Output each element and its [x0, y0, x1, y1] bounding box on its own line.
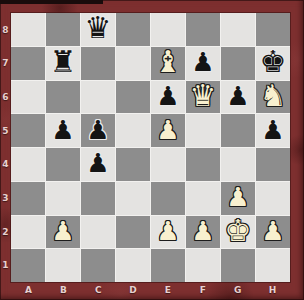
- piece-black-pawn[interactable]: ♟: [156, 83, 179, 109]
- file-label-h: H: [255, 282, 290, 298]
- file-label-b: B: [46, 282, 81, 298]
- square-g6[interactable]: ♟: [221, 81, 255, 114]
- chess-diagram: 87654321 ABCDEFGH ♛♜♝♟♚♟♛♟♞♟♟♟♟♟♟♟♟♟♚♟: [0, 0, 304, 300]
- rank-label-6: 6: [0, 80, 11, 114]
- square-f3[interactable]: [186, 182, 220, 215]
- square-d7[interactable]: [116, 47, 150, 80]
- rank-label-4: 4: [0, 148, 11, 182]
- square-f7[interactable]: ♟: [186, 47, 220, 80]
- rank-label-8: 8: [0, 13, 11, 47]
- square-c8[interactable]: ♛: [81, 13, 115, 46]
- square-d5[interactable]: [116, 114, 150, 147]
- square-b2[interactable]: ♟: [46, 216, 80, 249]
- file-label-f: F: [185, 282, 220, 298]
- piece-black-king[interactable]: ♚: [260, 47, 287, 77]
- square-a7[interactable]: [11, 47, 45, 80]
- square-g5[interactable]: [221, 114, 255, 147]
- piece-white-queen[interactable]: ♛: [190, 81, 217, 111]
- square-c7[interactable]: [81, 47, 115, 80]
- file-label-e: E: [151, 282, 186, 298]
- square-g4[interactable]: [221, 148, 255, 181]
- square-e6[interactable]: ♟: [151, 81, 185, 114]
- piece-black-pawn[interactable]: ♟: [86, 150, 109, 176]
- square-a1[interactable]: [11, 249, 45, 282]
- square-d4[interactable]: [116, 148, 150, 181]
- square-b1[interactable]: [46, 249, 80, 282]
- square-g7[interactable]: [221, 47, 255, 80]
- square-h6[interactable]: ♞: [256, 81, 290, 114]
- square-e2[interactable]: ♟: [151, 216, 185, 249]
- file-labels: ABCDEFGH: [11, 282, 290, 298]
- square-a2[interactable]: [11, 216, 45, 249]
- square-h3[interactable]: [256, 182, 290, 215]
- rank-label-5: 5: [0, 114, 11, 148]
- square-a4[interactable]: [11, 148, 45, 181]
- rank-label-1: 1: [0, 248, 11, 282]
- square-h2[interactable]: ♟: [256, 216, 290, 249]
- square-e8[interactable]: [151, 13, 185, 46]
- file-label-c: C: [81, 282, 116, 298]
- square-h4[interactable]: [256, 148, 290, 181]
- square-a6[interactable]: [11, 81, 45, 114]
- square-c4[interactable]: ♟: [81, 148, 115, 181]
- square-h7[interactable]: ♚: [256, 47, 290, 80]
- square-h8[interactable]: [256, 13, 290, 46]
- piece-black-pawn[interactable]: ♟: [86, 117, 109, 143]
- piece-white-pawn[interactable]: ♟: [51, 218, 74, 244]
- square-f4[interactable]: [186, 148, 220, 181]
- square-b4[interactable]: [46, 148, 80, 181]
- square-c2[interactable]: [81, 216, 115, 249]
- square-e7[interactable]: ♝: [151, 47, 185, 80]
- square-f1[interactable]: [186, 249, 220, 282]
- square-e1[interactable]: [151, 249, 185, 282]
- square-b8[interactable]: [46, 13, 80, 46]
- square-b7[interactable]: ♜: [46, 47, 80, 80]
- square-f8[interactable]: [186, 13, 220, 46]
- square-f6[interactable]: ♛: [186, 81, 220, 114]
- square-g2[interactable]: ♚: [221, 216, 255, 249]
- rank-labels: 87654321: [0, 13, 11, 282]
- square-d8[interactable]: [116, 13, 150, 46]
- square-d6[interactable]: [116, 81, 150, 114]
- piece-white-pawn[interactable]: ♟: [156, 218, 179, 244]
- square-d3[interactable]: [116, 182, 150, 215]
- square-a8[interactable]: [11, 13, 45, 46]
- square-a3[interactable]: [11, 182, 45, 215]
- square-a5[interactable]: [11, 114, 45, 147]
- square-b5[interactable]: ♟: [46, 114, 80, 147]
- square-h1[interactable]: [256, 249, 290, 282]
- piece-white-king[interactable]: ♚: [225, 216, 252, 246]
- piece-white-pawn[interactable]: ♟: [261, 218, 284, 244]
- piece-black-rook[interactable]: ♜: [50, 47, 77, 77]
- square-e3[interactable]: [151, 182, 185, 215]
- square-e4[interactable]: [151, 148, 185, 181]
- chess-board: ♛♜♝♟♚♟♛♟♞♟♟♟♟♟♟♟♟♟♚♟: [11, 13, 290, 282]
- square-c1[interactable]: [81, 249, 115, 282]
- piece-white-bishop[interactable]: ♝: [155, 47, 182, 77]
- piece-white-pawn[interactable]: ♟: [226, 184, 249, 210]
- piece-black-pawn[interactable]: ♟: [191, 49, 214, 75]
- piece-black-queen[interactable]: ♛: [85, 13, 112, 43]
- square-c6[interactable]: [81, 81, 115, 114]
- square-e5[interactable]: ♟: [151, 114, 185, 147]
- rank-label-7: 7: [0, 47, 11, 81]
- rank-label-2: 2: [0, 215, 11, 249]
- square-g3[interactable]: ♟: [221, 182, 255, 215]
- rank-label-3: 3: [0, 181, 11, 215]
- square-d1[interactable]: [116, 249, 150, 282]
- piece-black-pawn[interactable]: ♟: [261, 117, 284, 143]
- square-c5[interactable]: ♟: [81, 114, 115, 147]
- window-edge-artifact: [0, 0, 103, 4]
- square-b3[interactable]: [46, 182, 80, 215]
- piece-black-pawn[interactable]: ♟: [226, 83, 249, 109]
- square-d2[interactable]: [116, 216, 150, 249]
- square-g8[interactable]: [221, 13, 255, 46]
- piece-white-pawn[interactable]: ♟: [156, 117, 179, 143]
- file-label-d: D: [116, 282, 151, 298]
- square-c3[interactable]: [81, 182, 115, 215]
- square-b6[interactable]: [46, 81, 80, 114]
- piece-white-pawn[interactable]: ♟: [191, 218, 214, 244]
- square-f2[interactable]: ♟: [186, 216, 220, 249]
- file-label-g: G: [220, 282, 255, 298]
- file-label-a: A: [11, 282, 46, 298]
- piece-white-knight[interactable]: ♞: [260, 81, 287, 111]
- square-f5[interactable]: [186, 114, 220, 147]
- square-h5[interactable]: ♟: [256, 114, 290, 147]
- square-g1[interactable]: [221, 249, 255, 282]
- piece-black-pawn[interactable]: ♟: [51, 117, 74, 143]
